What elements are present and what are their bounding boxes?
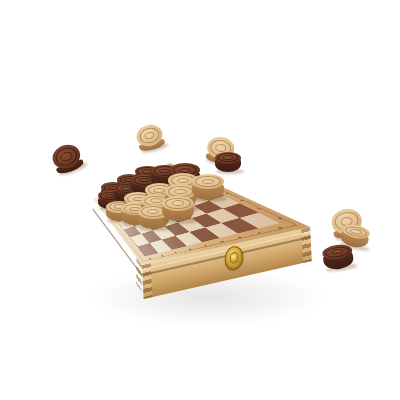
piece-ring-engraving <box>174 189 187 194</box>
piece-top <box>215 152 241 164</box>
piece-ring-engraving <box>172 200 185 205</box>
finger-joint <box>142 263 152 299</box>
piece-ring-engraving <box>223 155 233 159</box>
product-photo-scene <box>0 0 400 400</box>
scattered-checker-dark <box>321 243 354 271</box>
scattered-checker-dark <box>215 152 241 173</box>
latch-clasp <box>224 244 244 271</box>
piece-ring-engraving <box>179 168 191 173</box>
finger-joint <box>301 227 311 263</box>
checker-piece-light <box>192 174 224 200</box>
piece-top <box>162 196 194 211</box>
latch-detail <box>230 251 239 265</box>
piece-ring-engraving <box>153 188 165 193</box>
piece-ring-engraving <box>121 186 131 190</box>
scattered-checker-dark <box>49 141 84 176</box>
checker-piece-light <box>162 196 194 222</box>
piece-top <box>192 174 224 189</box>
scattered-checker-light <box>134 122 166 153</box>
